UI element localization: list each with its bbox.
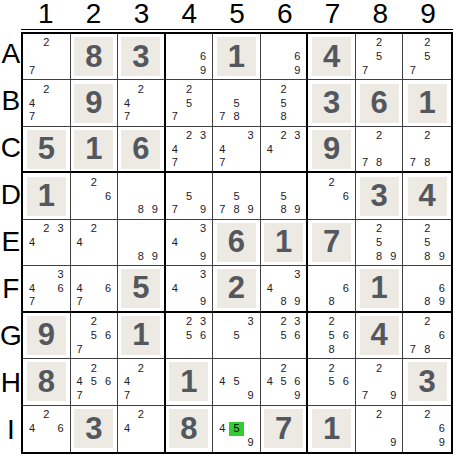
candidate-9: 9 [434,295,449,308]
candidate-4: 4 [168,142,182,155]
candidate-2: 2 [420,129,435,142]
cell-I4[interactable]: 8 [166,406,214,452]
cell-D7[interactable]: 26 [308,173,356,219]
cell-G8[interactable]: 4 [356,313,404,359]
cell-B7[interactable]: 3 [308,80,356,126]
pencil-marks-F9: 689 [403,266,451,310]
solved-digit-F5: 2 [217,269,256,308]
candidate-6: 6 [101,282,115,295]
candidate-9: 9 [290,295,304,308]
candidate-2: 2 [372,129,386,142]
cell-G3[interactable]: 1 [118,313,166,359]
cell-D3[interactable]: 89 [118,173,166,219]
candidate-7: 7 [25,64,39,78]
candidate-6: 6 [290,328,304,342]
cell-I5[interactable]: 459 [213,406,261,452]
pencil-marks-F7: 68 [308,266,355,310]
cell-F1[interactable]: 3467 [23,266,71,312]
row-label-A: A [0,31,22,78]
solved-digit-G1: 9 [27,316,66,355]
candidate-5: 5 [87,328,101,342]
solved-digit-G3: 1 [121,316,160,355]
candidate-8: 8 [229,110,243,124]
row-label-F: F [0,265,22,312]
pencil-marks-G2: 2567 [71,313,118,358]
candidate-6: 6 [290,50,304,64]
row-label-D: D [0,172,22,219]
cell-H9[interactable]: 3 [403,359,451,405]
candidate-8: 8 [420,249,435,263]
pencil-marks-G4: 2356 [166,313,213,358]
candidate-6: 6 [53,282,67,295]
candidate-2: 2 [372,36,386,50]
cell-F4[interactable]: 349 [166,266,214,312]
solved-digit-B9: 1 [408,84,447,123]
cell-A5[interactable]: 1 [213,34,261,80]
pencil-marks-A4: 69 [166,34,213,79]
solved-digit-C2: 1 [74,130,113,169]
candidate-8: 8 [277,295,291,308]
candidate-7: 7 [358,389,372,403]
row-label-H: H [0,359,22,406]
solved-digit-A5: 1 [217,37,256,76]
candidate-2: 2 [420,315,435,329]
candidate-4: 4 [168,282,182,295]
candidate-9: 9 [386,389,400,403]
cell-G1[interactable]: 9 [23,313,71,359]
candidate-7: 7 [73,295,87,308]
pencil-marks-H7: 256 [308,359,355,404]
cell-D1[interactable]: 1 [23,173,71,219]
cell-E7[interactable]: 7 [308,220,356,266]
pencil-marks-E1: 234 [23,220,70,265]
cell-C1[interactable]: 5 [23,127,71,173]
candidate-8: 8 [229,203,243,217]
candidate-6: 6 [101,375,115,389]
sudoku-grid: 2783691694257257247924725757825836151623… [21,32,453,454]
pencil-marks-I3: 24 [118,406,164,452]
row-label-I: I [0,406,22,453]
solved-digit-F3: 5 [121,269,160,308]
candidate-2: 2 [87,361,101,375]
cell-G2[interactable]: 2567 [71,313,119,359]
candidate-9: 9 [244,436,258,450]
candidate-2: 2 [87,315,101,329]
cell-E8[interactable]: 2589 [356,220,404,266]
candidate-4: 4 [25,236,39,250]
pencil-marks-F1: 3467 [23,266,70,310]
cell-E2[interactable]: 24 [71,220,119,266]
candidate-7: 7 [168,203,182,217]
candidate-2: 2 [372,222,386,236]
pencil-marks-D4: 579 [166,173,213,218]
candidate-7: 7 [215,156,229,169]
candidate-6: 6 [339,189,353,203]
candidate-5: 5 [372,236,386,250]
pencil-marks-H3: 247 [118,359,164,404]
candidate-7: 7 [25,295,39,308]
pencil-marks-C6: 234 [261,127,307,171]
cell-A1[interactable]: 27 [23,34,71,80]
pencil-marks-A9: 257 [403,34,451,79]
pencil-marks-C9: 278 [403,127,451,171]
candidate-3: 3 [196,129,210,142]
cell-D4[interactable]: 579 [166,173,214,219]
candidate-9: 9 [148,203,162,217]
pencil-marks-D7: 26 [308,173,355,218]
candidate-4: 4 [25,96,39,110]
candidate-2: 2 [372,361,386,375]
solved-digit-E6: 1 [264,223,303,262]
pencil-marks-H8: 279 [356,359,403,404]
column-label-8: 8 [356,0,404,29]
candidate-4: 4 [25,422,39,436]
candidate-5: 5 [420,50,435,64]
candidate-8: 8 [420,295,435,308]
candidate-9: 9 [244,389,258,403]
solved-digit-I4: 8 [169,409,208,448]
candidate-4: 4 [73,282,87,295]
candidate-8: 8 [372,249,386,263]
cell-H6[interactable]: 24569 [261,359,309,405]
column-label-3: 3 [118,0,166,29]
cell-A4[interactable]: 69 [166,34,214,80]
candidate-5: 5 [325,375,339,389]
candidate-5: 5 [229,96,243,110]
cell-F9[interactable]: 689 [403,266,451,312]
pencil-marks-B6: 258 [261,80,307,125]
cell-B6[interactable]: 258 [261,80,309,126]
candidate-9: 9 [386,249,400,263]
cell-H1[interactable]: 8 [23,359,71,405]
cell-I7[interactable]: 1 [308,406,356,452]
cell-C3[interactable]: 6 [118,127,166,173]
candidate-9: 9 [434,249,449,263]
highlighted-candidate-5: 5 [229,422,243,436]
candidate-9: 9 [196,203,210,217]
cell-D2[interactable]: 26 [71,173,119,219]
cell-G5[interactable]: 35 [213,313,261,359]
column-label-2: 2 [70,0,118,29]
candidate-8: 8 [134,203,148,217]
solved-digit-A2: 8 [74,37,113,76]
candidate-5: 5 [229,375,243,389]
candidate-7: 7 [120,389,134,403]
candidate-2: 2 [39,222,53,236]
cell-E3[interactable]: 89 [118,220,166,266]
candidate-6: 6 [196,328,210,342]
cell-B2[interactable]: 9 [71,80,119,126]
cell-C6[interactable]: 234 [261,127,309,173]
pencil-marks-B5: 578 [213,80,260,125]
pencil-marks-A6: 69 [261,34,307,79]
cell-B9[interactable]: 1 [403,80,451,126]
cell-B3[interactable]: 247 [118,80,166,126]
cell-E6[interactable]: 1 [261,220,309,266]
solved-digit-H4: 1 [169,362,208,401]
candidate-6: 6 [101,189,115,203]
candidate-8: 8 [325,342,339,356]
candidate-5: 5 [277,328,291,342]
cell-G7[interactable]: 2568 [308,313,356,359]
candidate-4: 4 [73,375,87,389]
candidate-6: 6 [196,50,210,64]
pencil-marks-I5: 459 [213,406,260,452]
candidate-6: 6 [339,328,353,342]
pencil-marks-D2: 26 [71,173,118,218]
candidate-7: 7 [73,342,87,356]
cell-H4[interactable]: 1 [166,359,214,405]
cell-D9[interactable]: 4 [403,173,451,219]
cell-F8[interactable]: 1 [356,266,404,312]
cell-C7[interactable]: 9 [308,127,356,173]
candidate-8: 8 [325,295,339,308]
solved-digit-D1: 1 [27,177,66,216]
candidate-7: 7 [25,110,39,124]
pencil-marks-E8: 2589 [356,220,403,265]
cell-A3[interactable]: 3 [118,34,166,80]
candidate-2: 2 [277,361,291,375]
candidate-4: 4 [215,142,229,155]
cell-F2[interactable]: 467 [71,266,119,312]
solved-digit-A7: 4 [312,37,351,76]
column-label-9: 9 [404,0,452,29]
cell-I1[interactable]: 246 [23,406,71,452]
cell-A6[interactable]: 69 [261,34,309,80]
sudoku-app: 123456789 ABCDEFGHI 27836916942572572479… [0,0,453,456]
candidate-4: 4 [168,236,182,250]
pencil-marks-F2: 467 [71,266,118,310]
candidate-2: 2 [420,36,435,50]
candidate-5: 5 [277,96,291,110]
candidate-9: 9 [148,249,162,263]
pencil-marks-C8: 278 [356,127,403,171]
column-label-1: 1 [22,0,70,29]
candidate-5: 5 [420,236,435,250]
candidate-2: 2 [134,408,148,422]
candidate-2: 2 [182,129,196,142]
cell-I3[interactable]: 24 [118,406,166,452]
candidate-4: 4 [120,375,134,389]
solved-digit-G8: 4 [360,316,399,355]
pencil-marks-G7: 2568 [308,313,355,358]
cell-E5[interactable]: 6 [213,220,261,266]
candidate-3: 3 [196,222,210,236]
pencil-marks-H5: 459 [213,359,260,404]
candidate-2: 2 [325,361,339,375]
candidate-2: 2 [39,408,53,422]
candidate-3: 3 [196,315,210,329]
cell-I2[interactable]: 3 [71,406,119,452]
cell-C5[interactable]: 347 [213,127,261,173]
pencil-marks-C5: 347 [213,127,260,171]
row-label-E: E [0,219,22,266]
pencil-marks-A1: 27 [23,34,70,79]
candidate-3: 3 [53,222,67,236]
cell-E4[interactable]: 349 [166,220,214,266]
cell-D6[interactable]: 589 [261,173,309,219]
pencil-marks-H6: 24569 [261,359,307,404]
cell-B8[interactable]: 6 [356,80,404,126]
solved-digit-B8: 6 [360,84,399,123]
cell-I6[interactable]: 7 [261,406,309,452]
candidate-2: 2 [325,315,339,329]
candidate-9: 9 [386,436,400,450]
candidate-6: 6 [101,328,115,342]
candidate-7: 7 [73,389,87,403]
candidate-6: 6 [53,422,67,436]
cell-A7[interactable]: 4 [308,34,356,80]
candidate-7: 7 [120,110,134,124]
candidate-4: 4 [263,375,277,389]
candidate-8: 8 [372,156,386,169]
solved-digit-A3: 3 [121,37,160,76]
pencil-marks-B4: 257 [166,80,213,125]
candidate-2: 2 [277,82,291,96]
candidate-6: 6 [339,282,353,295]
candidate-5: 5 [372,50,386,64]
cell-F7[interactable]: 68 [308,266,356,312]
pencil-marks-A8: 257 [356,34,403,79]
candidate-6: 6 [339,375,353,389]
cell-D8[interactable]: 3 [356,173,404,219]
candidate-7: 7 [405,64,420,78]
pencil-marks-F6: 3489 [261,266,307,310]
candidate-2: 2 [325,175,339,189]
cell-B5[interactable]: 578 [213,80,261,126]
column-labels: 123456789 [22,0,452,29]
cell-C9[interactable]: 278 [403,127,451,173]
candidate-7: 7 [358,156,372,169]
board-frame: 2783691694257257247924725757825836151623… [21,29,453,454]
pencil-marks-G6: 2356 [261,313,307,358]
cell-G4[interactable]: 2356 [166,313,214,359]
cell-H2[interactable]: 24567 [71,359,119,405]
pencil-marks-D6: 589 [261,173,307,218]
candidate-7: 7 [358,64,372,78]
candidate-8: 8 [277,110,291,124]
solved-digit-C7: 9 [312,130,351,169]
cell-G6[interactable]: 2356 [261,313,309,359]
pencil-marks-C4: 2347 [166,127,213,171]
candidate-4: 4 [120,96,134,110]
candidate-4: 4 [263,282,277,295]
pencil-marks-G9: 2678 [403,313,451,358]
candidate-6: 6 [434,282,449,295]
candidate-6: 6 [290,375,304,389]
cell-F6[interactable]: 3489 [261,266,309,312]
cell-A2[interactable]: 8 [71,34,119,80]
row-label-C: C [0,125,22,172]
candidate-7: 7 [405,156,420,169]
cell-H5[interactable]: 459 [213,359,261,405]
pencil-marks-B3: 247 [118,80,164,125]
candidate-3: 3 [53,268,67,281]
candidate-9: 9 [196,64,210,78]
cell-B4[interactable]: 257 [166,80,214,126]
candidate-9: 9 [434,436,449,450]
cell-F5[interactable]: 2 [213,266,261,312]
candidate-2: 2 [39,82,53,96]
cell-A9[interactable]: 257 [403,34,451,80]
candidate-4: 4 [215,375,229,389]
candidate-7: 7 [215,203,229,217]
pencil-marks-I8: 29 [356,406,403,452]
column-label-5: 5 [213,0,261,29]
row-label-B: B [0,78,22,125]
solved-digit-B7: 3 [312,84,351,123]
solved-digit-E5: 6 [217,223,256,262]
column-label-4: 4 [165,0,213,29]
cell-D5[interactable]: 5789 [213,173,261,219]
solved-digit-D9: 4 [408,177,447,216]
candidate-2: 2 [182,315,196,329]
column-label-7: 7 [309,0,357,29]
cell-A8[interactable]: 257 [356,34,404,80]
cell-H7[interactable]: 256 [308,359,356,405]
cell-H3[interactable]: 247 [118,359,166,405]
cell-H8[interactable]: 279 [356,359,404,405]
solved-digit-I2: 3 [74,409,113,448]
candidate-5: 5 [277,189,291,203]
candidate-7: 7 [215,110,229,124]
pencil-marks-H2: 24567 [71,359,118,404]
pencil-marks-F4: 349 [166,266,213,310]
pencil-marks-D3: 89 [118,173,164,218]
cell-C8[interactable]: 278 [356,127,404,173]
cell-C2[interactable]: 1 [71,127,119,173]
candidate-9: 9 [196,295,210,308]
candidate-7: 7 [168,156,182,169]
candidate-5: 5 [182,96,196,110]
pencil-marks-I9: 269 [403,406,451,452]
candidate-2: 2 [87,175,101,189]
candidate-2: 2 [134,82,148,96]
cell-I8[interactable]: 29 [356,406,404,452]
candidate-3: 3 [290,129,304,142]
candidate-5: 5 [182,189,196,203]
cell-C4[interactable]: 2347 [166,127,214,173]
candidate-6: 6 [434,328,449,342]
candidate-3: 3 [244,129,258,142]
candidate-2: 2 [39,36,53,50]
candidate-5: 5 [182,328,196,342]
candidate-4: 4 [215,422,229,436]
cell-B1[interactable]: 247 [23,80,71,126]
cell-G9[interactable]: 2678 [403,313,451,359]
candidate-9: 9 [290,389,304,403]
cell-E1[interactable]: 234 [23,220,71,266]
candidate-7: 7 [405,342,420,356]
cell-F3[interactable]: 5 [118,266,166,312]
pencil-marks-B1: 247 [23,80,70,125]
candidate-3: 3 [196,268,210,281]
candidate-9: 9 [196,249,210,263]
candidate-9: 9 [290,203,304,217]
solved-digit-C3: 6 [121,130,160,169]
candidate-4: 4 [263,142,277,155]
cell-E9[interactable]: 2589 [403,220,451,266]
solved-digit-H1: 8 [27,362,66,401]
candidate-8: 8 [277,203,291,217]
candidate-2: 2 [87,222,101,236]
candidate-6: 6 [434,422,449,436]
cell-I9[interactable]: 269 [403,406,451,452]
pencil-marks-E4: 349 [166,220,213,265]
candidate-4: 4 [120,422,134,436]
candidate-2: 2 [277,315,291,329]
pencil-marks-E9: 2589 [403,220,451,265]
